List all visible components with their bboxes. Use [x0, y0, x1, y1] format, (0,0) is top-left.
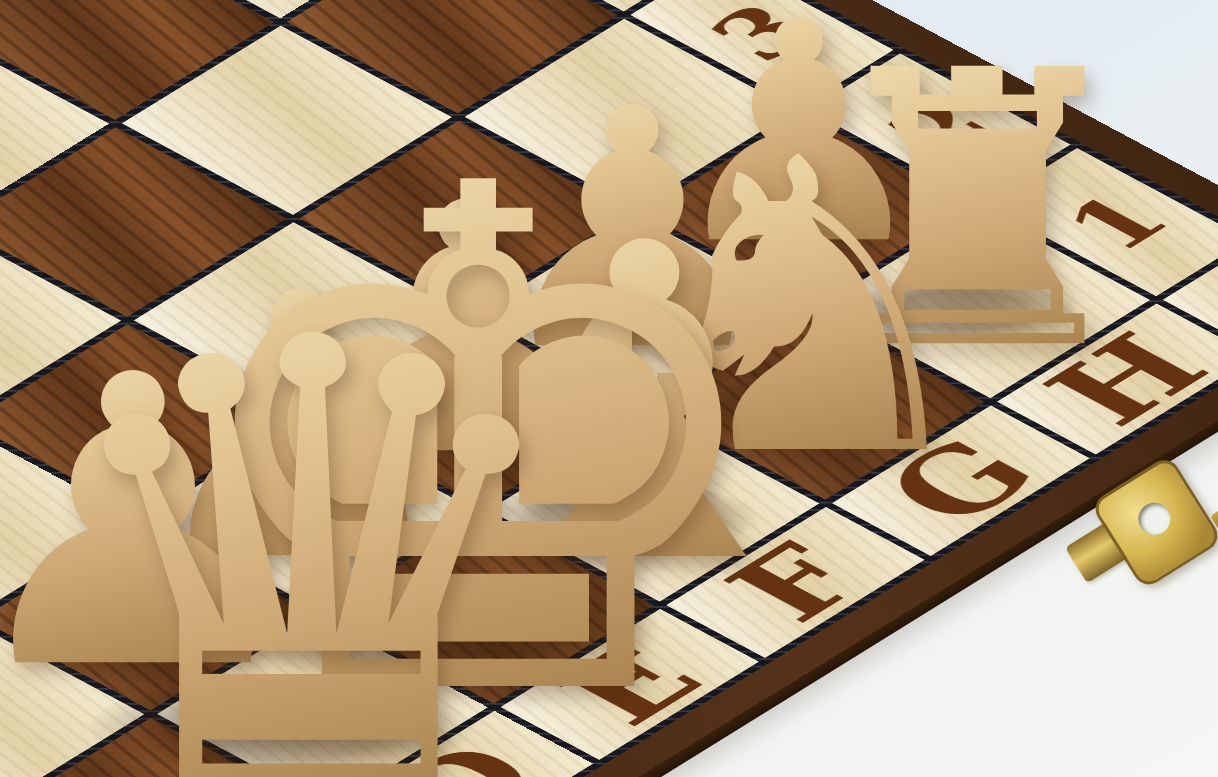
- chess-board: 87654321ABCDEFGH: [0, 0, 1218, 777]
- board-grid: 87654321ABCDEFGH: [0, 0, 1218, 777]
- clasp-keyhole: [1132, 497, 1176, 541]
- chess-set-photo: 87654321ABCDEFGH ♟♛♟♚♟♝♟♞♟♜: [0, 0, 1218, 777]
